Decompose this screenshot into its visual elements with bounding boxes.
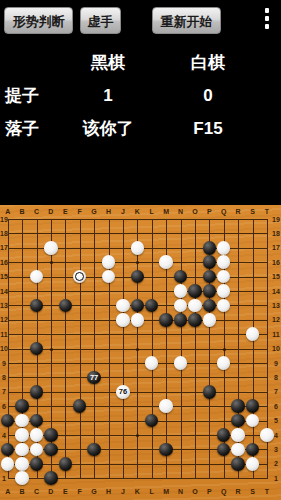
board-coordinate-label: C (32, 207, 42, 216)
pass-button[interactable]: 虚手 (80, 7, 121, 34)
board-coordinate-label: B (17, 487, 27, 496)
board-coordinate-label: N (176, 207, 186, 216)
white-stone-A2 (1, 457, 15, 471)
black-turn-status: 该你了 (58, 112, 158, 145)
white-stone-M6 (159, 399, 173, 413)
board-coordinate-label: 2 (271, 459, 281, 468)
board-coordinate-label: 14 (271, 287, 281, 296)
black-stone-P7 (203, 385, 217, 399)
board-coordinate-label: 6 (0, 402, 9, 411)
white-stone-C4 (30, 428, 44, 442)
board-coordinate-label: A (3, 487, 13, 496)
black-stone-P16 (203, 255, 217, 269)
board-coordinate-label: L (147, 207, 157, 216)
white-stone-T4 (260, 428, 274, 442)
black-stone-R6 (231, 399, 245, 413)
white-stone-J13 (116, 299, 130, 313)
board-coordinate-label: 19 (271, 215, 281, 224)
go-app: 形势判断 虚手 重新开始 黑棋 白棋 提子 1 0 落子 该你了 F15 AAB… (0, 0, 281, 500)
go-board[interactable]: AABBCCDDEEFFGGHHJJKKLLMMNNOOPPQQRRSSTT19… (0, 205, 281, 500)
white-captures-value: 0 (158, 79, 258, 112)
grid-line-horizontal (8, 406, 268, 407)
board-coordinate-label: G (89, 207, 99, 216)
board-coordinate-label: 5 (271, 416, 281, 425)
black-stone-P13 (203, 299, 217, 313)
board-coordinate-label: 13 (0, 301, 9, 310)
white-stone-J7: 76 (116, 385, 130, 399)
board-coordinate-label: 14 (0, 287, 9, 296)
board-coordinate-label: K (132, 487, 142, 496)
board-coordinate-label: 6 (271, 402, 281, 411)
status-panel: 黑棋 白棋 提子 1 0 落子 该你了 F15 (0, 46, 281, 145)
board-coordinate-label: F (75, 487, 85, 496)
board-coordinate-label: Q (219, 207, 229, 216)
board-coordinate-label: 10 (271, 344, 281, 353)
board-coordinate-label: B (17, 207, 27, 216)
black-stone-P14 (203, 284, 217, 298)
black-stone-B6 (15, 399, 29, 413)
board-coordinate-label: T (262, 487, 272, 496)
black-stone-R2 (231, 457, 245, 471)
board-coordinate-label: K (132, 207, 142, 216)
overflow-menu-icon[interactable] (264, 8, 270, 34)
board-coordinate-label: 12 (0, 315, 9, 324)
grid-line-horizontal (8, 421, 268, 422)
black-stone-M3 (159, 443, 173, 457)
white-stone-R4 (231, 428, 245, 442)
board-coordinate-label: M (161, 487, 171, 496)
board-coordinate-label: N (176, 487, 186, 496)
board-coordinate-label: 11 (271, 330, 281, 339)
move-number-label: 76 (119, 388, 127, 396)
board-coordinate-label: 12 (271, 315, 281, 324)
black-stone-O12 (188, 313, 202, 327)
grid-line-vertical (195, 219, 196, 479)
white-stone-B2 (15, 457, 29, 471)
move-number-label: 77 (90, 374, 98, 382)
white-lastmove-value: F15 (158, 112, 258, 145)
white-stone-J12 (116, 313, 130, 327)
black-stone-C7 (30, 385, 44, 399)
white-stone-P12 (203, 313, 217, 327)
board-coordinate-label: 18 (271, 229, 281, 238)
board-coordinate-label: O (190, 487, 200, 496)
board-coordinate-label: 7 (271, 387, 281, 396)
white-column-header: 白棋 (158, 46, 258, 79)
board-coordinate-label: 8 (0, 373, 9, 382)
black-stone-M12 (159, 313, 173, 327)
board-coordinate-label: 18 (0, 229, 9, 238)
board-coordinate-label: H (104, 487, 114, 496)
restart-button[interactable]: 重新开始 (152, 7, 221, 34)
white-stone-B3 (15, 443, 29, 457)
board-coordinate-label: R (233, 487, 243, 496)
board-coordinate-label: S (248, 207, 258, 216)
board-coordinate-label: P (204, 487, 214, 496)
board-coordinate-label: 7 (0, 387, 9, 396)
white-stone-D17 (44, 241, 58, 255)
black-stone-G8: 77 (87, 371, 101, 385)
grid-line-vertical (253, 219, 254, 479)
white-stone-O13 (188, 299, 202, 313)
board-coordinate-label: 4 (0, 431, 9, 440)
spacer (0, 46, 58, 79)
grid-line-horizontal (8, 377, 268, 378)
black-stone-K13 (131, 299, 145, 313)
white-stone-B4 (15, 428, 29, 442)
black-stone-S6 (246, 399, 260, 413)
board-coordinate-label: 15 (0, 272, 9, 281)
captures-row-label: 提子 (0, 79, 58, 112)
board-coordinate-label: 16 (271, 258, 281, 267)
board-coordinate-label: G (89, 487, 99, 496)
toolbar: 形势判断 虚手 重新开始 (0, 0, 281, 40)
board-coordinate-label: P (204, 207, 214, 216)
star-point (223, 348, 226, 351)
black-stone-D4 (44, 428, 58, 442)
black-stone-D1 (44, 471, 58, 485)
white-stone-K12 (131, 313, 145, 327)
board-coordinate-label: H (104, 207, 114, 216)
white-stone-S11 (246, 327, 260, 341)
black-stone-N12 (174, 313, 188, 327)
star-point (50, 348, 53, 351)
board-coordinate-label: M (161, 207, 171, 216)
board-coordinate-label: S (248, 487, 258, 496)
board-coordinate-label: E (60, 487, 70, 496)
black-stone-G3 (87, 443, 101, 457)
white-stone-M16 (159, 255, 173, 269)
white-stone-N9 (174, 356, 188, 370)
grid-line-vertical (152, 219, 153, 479)
board-coordinate-label: 3 (271, 445, 281, 454)
black-stone-P17 (203, 241, 217, 255)
star-point (136, 348, 139, 351)
board-coordinate-label: R (233, 207, 243, 216)
black-stone-O14 (188, 284, 202, 298)
board-coordinate-label: 17 (271, 243, 281, 252)
board-coordinate-label: 1 (0, 474, 9, 483)
black-column-header: 黑棋 (58, 46, 158, 79)
situation-judgement-button[interactable]: 形势判断 (4, 7, 73, 34)
black-stone-C2 (30, 457, 44, 471)
board-coordinate-label: C (32, 487, 42, 496)
board-coordinate-label: 10 (0, 344, 9, 353)
board-coordinate-label: J (118, 487, 128, 496)
white-stone-N14 (174, 284, 188, 298)
white-stone-H16 (102, 255, 116, 269)
white-stone-B1 (15, 471, 29, 485)
board-coordinate-label: F (75, 207, 85, 216)
board-coordinate-label: 9 (0, 359, 9, 368)
board-coordinate-label: D (46, 207, 56, 216)
board-coordinate-label: E (60, 207, 70, 216)
board-coordinate-label: D (46, 487, 56, 496)
board-coordinate-label: 9 (271, 359, 281, 368)
black-captures-value: 1 (58, 79, 158, 112)
grid-line-vertical (181, 219, 182, 479)
board-coordinate-label: 1 (271, 474, 281, 483)
white-stone-S2 (246, 457, 260, 471)
lastmove-row-label: 落子 (0, 112, 58, 145)
white-stone-K17 (131, 241, 145, 255)
board-coordinate-label: 17 (0, 243, 9, 252)
board-coordinate-label: O (190, 207, 200, 216)
board-coordinate-label: 13 (271, 301, 281, 310)
board-coordinate-label: 11 (0, 330, 9, 339)
board-coordinate-label: 15 (271, 272, 281, 281)
board-coordinate-label: Q (219, 487, 229, 496)
black-stone-E13 (59, 299, 73, 313)
grid-line-horizontal (8, 392, 268, 393)
grid-line-horizontal (8, 464, 268, 465)
board-coordinate-label: 16 (0, 258, 9, 267)
board-coordinate-label: 19 (0, 215, 9, 224)
board-coordinate-label: 8 (271, 373, 281, 382)
board-coordinate-label: L (147, 487, 157, 496)
black-stone-D3 (44, 443, 58, 457)
white-stone-Q17 (217, 241, 231, 255)
white-stone-R3 (231, 443, 245, 457)
black-stone-E2 (59, 457, 73, 471)
last-move-marker (75, 272, 85, 282)
board-coordinate-label: J (118, 207, 128, 216)
